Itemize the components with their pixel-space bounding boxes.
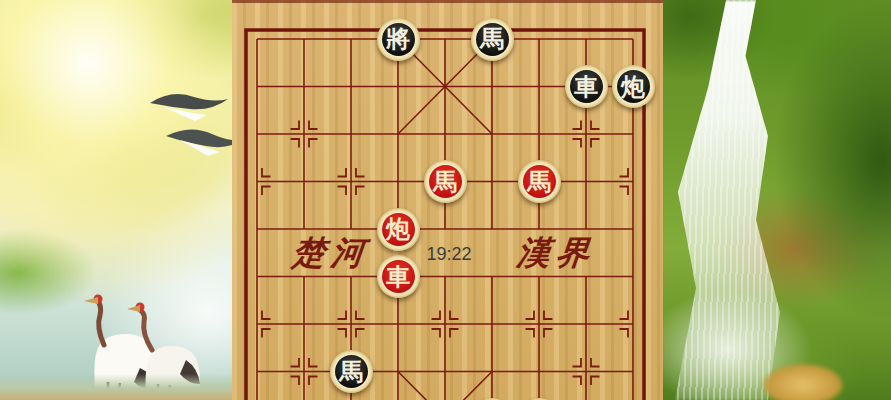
- piece-red-horse-1[interactable]: 馬: [424, 160, 467, 203]
- piece-glyph: 馬: [429, 165, 462, 198]
- piece-glyph: 馬: [523, 165, 556, 198]
- piece-glyph: 車: [570, 70, 603, 103]
- cranes-image: [0, 0, 232, 400]
- golden-rock: [763, 364, 843, 400]
- piece-black-horse-1[interactable]: 馬: [471, 18, 514, 61]
- flying-crane-icon: [150, 94, 232, 156]
- piece-black-chariot[interactable]: 車: [565, 65, 608, 108]
- piece-glyph: 炮: [617, 70, 650, 103]
- xiangqi-board: 楚河 漢界 19:22 將馬車炮馬馬炮車馬: [232, 0, 663, 400]
- piece-glyph: 馬: [335, 355, 368, 388]
- pieces-layer: 將馬車炮馬馬炮車馬: [234, 15, 657, 400]
- piece-glyph: 將: [382, 23, 415, 56]
- piece-black-horse-2[interactable]: 馬: [330, 350, 373, 393]
- piece-glyph: 炮: [382, 213, 415, 246]
- game-screen: 楚河 漢界 19:22 將馬車炮馬馬炮車馬: [0, 0, 891, 400]
- piece-red-chariot[interactable]: 車: [377, 255, 420, 298]
- standing-cranes-icon: [84, 295, 200, 400]
- piece-black-general[interactable]: 將: [377, 18, 420, 61]
- piece-black-cannon[interactable]: 炮: [612, 65, 655, 108]
- right-photo-backdrop: [663, 0, 891, 400]
- piece-red-horse-2[interactable]: 馬: [518, 160, 561, 203]
- left-photo-backdrop: [0, 0, 232, 400]
- piece-glyph: 馬: [476, 23, 509, 56]
- piece-glyph: 車: [382, 260, 415, 293]
- piece-red-cannon[interactable]: 炮: [377, 208, 420, 251]
